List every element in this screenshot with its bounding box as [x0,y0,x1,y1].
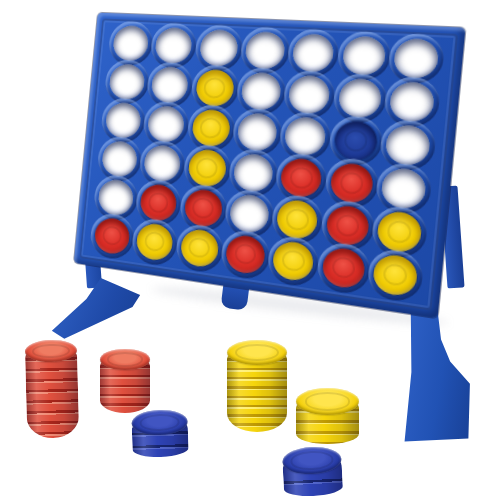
yellow-disc-stack-of-5 [296,388,359,444]
disc-top-face [296,388,359,415]
blue-disc-stack-of-1 [282,445,343,497]
blue-disc-stack-of-2 [131,409,189,458]
red-disc-stack-of-9 [25,339,80,438]
foreground-discs [0,0,500,500]
disc-top-face [100,349,150,370]
disc-top-face [227,340,287,365]
yellow-disc-stack-of-10 [227,340,287,432]
product-photo-scene [0,0,500,500]
red-disc-stack-of-6 [100,349,150,413]
disc-stack-side [25,350,79,438]
